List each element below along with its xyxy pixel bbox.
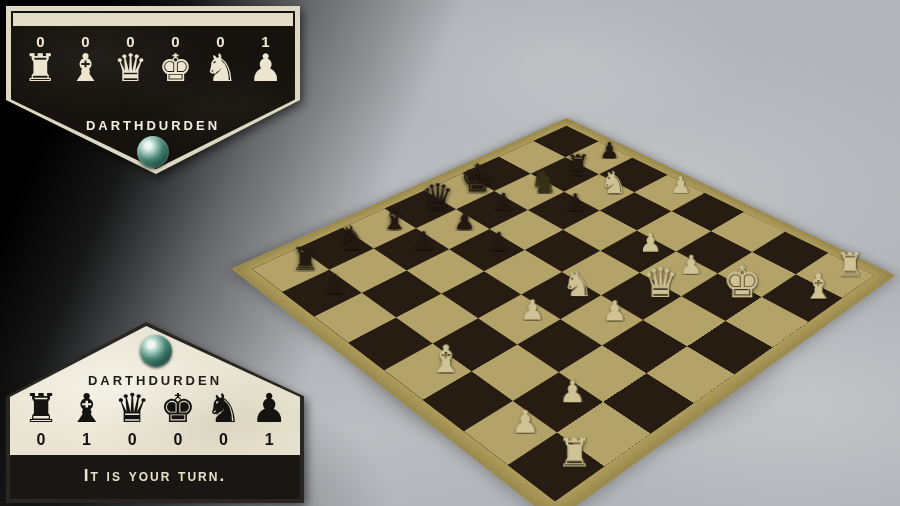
- rook-icon: ♜: [18, 388, 64, 428]
- turn-message: It is your turn.: [10, 466, 300, 486]
- turn-indicator-bar: It is your turn.: [10, 455, 300, 499]
- queen-icon: ♛: [109, 388, 155, 428]
- king-icon: ♚: [155, 388, 201, 428]
- queen-icon: ♛: [108, 49, 153, 87]
- capture-count: 1: [64, 431, 110, 449]
- board-grid: ♜♞♝♛♚♟♟♟♟♞♜♟♟♟♞♟♝♟♞♟♟♛♟♟♟♚♜♝♜: [252, 126, 874, 501]
- game-window: ♜♞♝♛♚♟♟♟♟♞♜♟♟♟♞♟♝♟♞♟♟♛♟♟♟♚♜♝♜ 000001 ♜♝♛…: [0, 0, 900, 506]
- capture-count: 0: [109, 431, 155, 449]
- bishop-icon: ♝: [63, 49, 108, 87]
- captured-icons-row: ♜♝♛♚♞♟: [18, 49, 288, 87]
- player-name-black: DARTHDURDEN: [6, 118, 300, 133]
- capture-plate-white: DARTHDURDEN ♜♝♛♚♞♟ 010001 It is your tur…: [6, 322, 304, 503]
- avatar: [137, 136, 169, 168]
- square-b3[interactable]: [472, 345, 559, 401]
- capture-plate-black: 000001 ♜♝♛♚♞♟ DARTHDURDEN: [6, 6, 300, 174]
- knight-icon: ♞: [198, 49, 243, 87]
- capture-count: 1: [246, 431, 292, 449]
- king-icon: ♚: [153, 49, 198, 87]
- chess-board: ♜♞♝♛♚♟♟♟♟♞♜♟♟♟♞♟♝♟♞♟♟♛♟♟♟♚♜♝♜: [231, 118, 896, 506]
- pawn-icon: ♟: [243, 49, 288, 87]
- capture-count: 0: [201, 431, 247, 449]
- capture-count: 0: [18, 431, 64, 449]
- knight-icon: ♞: [201, 388, 247, 428]
- bishop-icon: ♝: [64, 388, 110, 428]
- capture-count: 0: [155, 431, 201, 449]
- pawn-icon: ♟: [246, 388, 292, 428]
- rook-icon: ♜: [18, 49, 63, 87]
- captured-icons-row: ♜♝♛♚♞♟: [18, 388, 292, 428]
- captured-counts-row: 010001: [18, 431, 292, 449]
- message-strip: [13, 13, 293, 26]
- avatar: [140, 335, 172, 367]
